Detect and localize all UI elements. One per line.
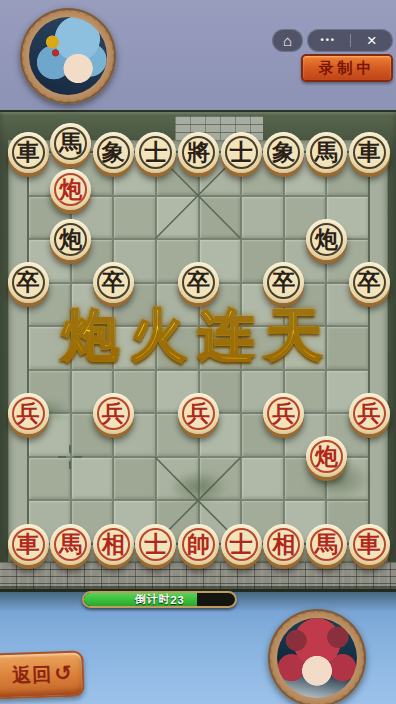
piece-red-兵[interactable]: 兵 bbox=[93, 393, 134, 434]
back-label: 返回 bbox=[12, 661, 53, 688]
piece-character: 兵 bbox=[102, 401, 125, 424]
board-cell bbox=[241, 457, 284, 501]
piece-character: 士 bbox=[230, 532, 253, 555]
piece-black-馬[interactable]: 馬 bbox=[50, 123, 91, 164]
wechat-capsule: ••• × bbox=[307, 29, 393, 52]
piece-character: 兵 bbox=[358, 401, 381, 424]
piece-red-車[interactable]: 車 bbox=[349, 524, 390, 565]
piece-character: 卒 bbox=[17, 270, 40, 293]
piece-character: 炮 bbox=[59, 227, 82, 250]
piece-black-卒[interactable]: 卒 bbox=[93, 262, 134, 303]
event-title: 炮火连天 bbox=[0, 298, 396, 374]
piece-black-車[interactable]: 車 bbox=[349, 132, 390, 173]
piece-character: 帥 bbox=[187, 532, 210, 555]
piece-character: 車 bbox=[17, 532, 40, 555]
piece-red-馬[interactable]: 馬 bbox=[306, 524, 347, 565]
piece-black-將[interactable]: 將 bbox=[178, 132, 219, 173]
avatar-image-red-hair bbox=[277, 618, 357, 698]
piece-red-馬[interactable]: 馬 bbox=[50, 524, 91, 565]
back-arrow-icon: ↺ bbox=[54, 661, 73, 686]
piece-black-象[interactable]: 象 bbox=[93, 132, 134, 173]
piece-character: 炮 bbox=[59, 177, 82, 200]
piece-character: 相 bbox=[102, 532, 125, 555]
player-avatar-bottom[interactable] bbox=[268, 609, 366, 704]
home-icon: ⌂ bbox=[283, 32, 292, 49]
piece-character: 卒 bbox=[358, 270, 381, 293]
piece-red-帥[interactable]: 帥 bbox=[178, 524, 219, 565]
recording-badge: 录制中 bbox=[301, 54, 393, 82]
piece-red-兵[interactable]: 兵 bbox=[178, 393, 219, 434]
player-avatar-top[interactable] bbox=[20, 8, 116, 104]
piece-red-兵[interactable]: 兵 bbox=[349, 393, 390, 434]
home-button[interactable]: ⌂ bbox=[272, 29, 303, 52]
close-icon: × bbox=[367, 31, 377, 51]
piece-character: 車 bbox=[358, 140, 381, 163]
piece-red-士[interactable]: 士 bbox=[221, 524, 262, 565]
piece-character: 馬 bbox=[315, 140, 338, 163]
countdown-value: 23 bbox=[170, 594, 184, 606]
more-icon: ••• bbox=[321, 35, 336, 45]
board-cell bbox=[156, 196, 199, 240]
piece-character: 兵 bbox=[272, 401, 295, 424]
piece-character: 兵 bbox=[187, 401, 210, 424]
piece-character: 士 bbox=[230, 140, 253, 163]
board-cell bbox=[28, 457, 71, 501]
piece-character: 車 bbox=[17, 140, 40, 163]
piece-black-象[interactable]: 象 bbox=[263, 132, 304, 173]
piece-character: 將 bbox=[187, 140, 210, 163]
piece-red-炮[interactable]: 炮 bbox=[306, 436, 347, 477]
board-cell bbox=[113, 457, 156, 501]
piece-character: 象 bbox=[272, 140, 295, 163]
back-button[interactable]: 返回 ↺ bbox=[0, 650, 85, 699]
piece-character: 士 bbox=[144, 532, 167, 555]
piece-black-炮[interactable]: 炮 bbox=[50, 219, 91, 260]
piece-red-車[interactable]: 車 bbox=[8, 524, 49, 565]
board-cell bbox=[113, 196, 156, 240]
piece-red-兵[interactable]: 兵 bbox=[263, 393, 304, 434]
piece-character: 象 bbox=[102, 140, 125, 163]
piece-black-卒[interactable]: 卒 bbox=[178, 262, 219, 303]
piece-character: 卒 bbox=[187, 270, 210, 293]
piece-character: 卒 bbox=[272, 270, 295, 293]
piece-black-馬[interactable]: 馬 bbox=[306, 132, 347, 173]
piece-character: 車 bbox=[358, 532, 381, 555]
board-cell bbox=[156, 457, 199, 501]
piece-red-相[interactable]: 相 bbox=[263, 524, 304, 565]
piece-red-炮[interactable]: 炮 bbox=[50, 169, 91, 210]
board-cell bbox=[199, 196, 242, 240]
piece-character: 卒 bbox=[102, 270, 125, 293]
close-button[interactable]: × bbox=[351, 31, 394, 51]
piece-red-士[interactable]: 士 bbox=[135, 524, 176, 565]
piece-black-卒[interactable]: 卒 bbox=[8, 262, 49, 303]
piece-black-車[interactable]: 車 bbox=[8, 132, 49, 173]
more-button[interactable]: ••• bbox=[307, 36, 350, 46]
countdown-text: 倒计时23 bbox=[84, 593, 235, 606]
countdown-label: 倒计时 bbox=[134, 592, 170, 607]
board-cell bbox=[71, 457, 114, 501]
piece-character: 馬 bbox=[59, 131, 82, 154]
piece-character: 兵 bbox=[17, 401, 40, 424]
piece-character: 馬 bbox=[59, 532, 82, 555]
piece-red-兵[interactable]: 兵 bbox=[8, 393, 49, 434]
recording-label: 录制中 bbox=[319, 59, 376, 78]
piece-black-卒[interactable]: 卒 bbox=[349, 262, 390, 303]
piece-character: 士 bbox=[144, 140, 167, 163]
piece-black-士[interactable]: 士 bbox=[221, 132, 262, 173]
avatar-image-blue-hair bbox=[29, 17, 107, 95]
game-screen: 車馬象士將士象馬車炮炮炮卒卒卒卒卒兵兵兵兵兵炮車馬相士帥士相馬車 炮火连天 ⌂ … bbox=[0, 0, 396, 704]
countdown-bar: 倒计时23 bbox=[82, 591, 237, 608]
piece-character: 相 bbox=[272, 532, 295, 555]
piece-red-相[interactable]: 相 bbox=[93, 524, 134, 565]
board-cell bbox=[199, 457, 242, 501]
piece-character: 馬 bbox=[315, 532, 338, 555]
board-cell bbox=[241, 196, 284, 240]
piece-black-士[interactable]: 士 bbox=[135, 132, 176, 173]
piece-black-炮[interactable]: 炮 bbox=[306, 219, 347, 260]
piece-character: 炮 bbox=[315, 227, 338, 250]
piece-character: 炮 bbox=[315, 444, 338, 467]
